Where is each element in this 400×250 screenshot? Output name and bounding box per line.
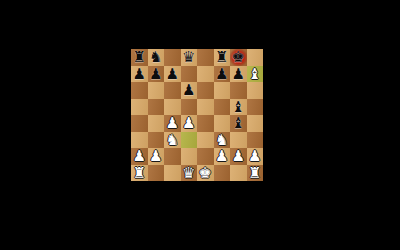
black-pawn-a7[interactable]: ♟ bbox=[133, 66, 146, 82]
square-g2[interactable]: ♟ bbox=[230, 148, 247, 165]
square-f7[interactable]: ♟ bbox=[214, 66, 231, 83]
square-c8[interactable] bbox=[164, 49, 181, 66]
square-e2[interactable] bbox=[197, 148, 214, 165]
white-knight-f3[interactable]: ♞ bbox=[215, 132, 228, 148]
white-queen-d1[interactable]: ♛ bbox=[182, 165, 195, 181]
square-f8[interactable]: ♜ bbox=[214, 49, 231, 66]
white-pawn-d4[interactable]: ♟ bbox=[182, 115, 195, 131]
square-a7[interactable]: ♟ bbox=[131, 66, 148, 83]
black-king-g8[interactable]: ♚ bbox=[232, 49, 245, 65]
square-c6[interactable] bbox=[164, 82, 181, 99]
black-queen-d8[interactable]: ♛ bbox=[182, 49, 195, 65]
black-rook-f8[interactable]: ♜ bbox=[215, 49, 228, 65]
black-pawn-c7[interactable]: ♟ bbox=[166, 66, 179, 82]
square-b3[interactable] bbox=[148, 132, 165, 149]
square-e7[interactable] bbox=[197, 66, 214, 83]
square-b4[interactable] bbox=[148, 115, 165, 132]
square-d1[interactable]: ♛ bbox=[181, 165, 198, 182]
square-g4[interactable]: ♝ bbox=[230, 115, 247, 132]
square-b1[interactable] bbox=[148, 165, 165, 182]
white-pawn-b2[interactable]: ♟ bbox=[149, 148, 162, 164]
square-d2[interactable] bbox=[181, 148, 198, 165]
black-knight-b8[interactable]: ♞ bbox=[149, 49, 162, 65]
square-h5[interactable] bbox=[247, 99, 264, 116]
white-pawn-g2[interactable]: ♟ bbox=[232, 148, 245, 164]
square-c5[interactable] bbox=[164, 99, 181, 116]
square-e5[interactable] bbox=[197, 99, 214, 116]
square-a8[interactable]: ♜ bbox=[131, 49, 148, 66]
black-pawn-f7[interactable]: ♟ bbox=[215, 66, 228, 82]
square-f4[interactable] bbox=[214, 115, 231, 132]
square-a6[interactable] bbox=[131, 82, 148, 99]
square-d7[interactable] bbox=[181, 66, 198, 83]
square-b7[interactable]: ♟ bbox=[148, 66, 165, 83]
square-f2[interactable]: ♟ bbox=[214, 148, 231, 165]
square-d3[interactable] bbox=[181, 132, 198, 149]
square-b8[interactable]: ♞ bbox=[148, 49, 165, 66]
square-e1[interactable]: ♚ bbox=[197, 165, 214, 182]
square-a4[interactable] bbox=[131, 115, 148, 132]
square-d6[interactable]: ♟ bbox=[181, 82, 198, 99]
black-bishop-g5[interactable]: ♝ bbox=[232, 99, 245, 115]
white-pawn-a2[interactable]: ♟ bbox=[133, 148, 146, 164]
square-c2[interactable] bbox=[164, 148, 181, 165]
square-a1[interactable]: ♜ bbox=[131, 165, 148, 182]
white-bishop-h7[interactable]: ♝ bbox=[248, 66, 261, 82]
white-knight-c3[interactable]: ♞ bbox=[166, 132, 179, 148]
square-f6[interactable] bbox=[214, 82, 231, 99]
white-pawn-f2[interactable]: ♟ bbox=[215, 148, 228, 164]
square-a2[interactable]: ♟ bbox=[131, 148, 148, 165]
white-pawn-c4[interactable]: ♟ bbox=[166, 115, 179, 131]
black-bishop-g4[interactable]: ♝ bbox=[232, 115, 245, 131]
square-e6[interactable] bbox=[197, 82, 214, 99]
square-a3[interactable] bbox=[131, 132, 148, 149]
black-rook-a8[interactable]: ♜ bbox=[133, 49, 146, 65]
square-e8[interactable] bbox=[197, 49, 214, 66]
black-pawn-d6[interactable]: ♟ bbox=[182, 82, 195, 98]
square-c1[interactable] bbox=[164, 165, 181, 182]
white-rook-a1[interactable]: ♜ bbox=[133, 165, 146, 181]
square-g5[interactable]: ♝ bbox=[230, 99, 247, 116]
square-g8[interactable]: ♚ bbox=[230, 49, 247, 66]
black-pawn-g7[interactable]: ♟ bbox=[232, 66, 245, 82]
square-h4[interactable] bbox=[247, 115, 264, 132]
square-g1[interactable] bbox=[230, 165, 247, 182]
square-h8[interactable] bbox=[247, 49, 264, 66]
square-c7[interactable]: ♟ bbox=[164, 66, 181, 83]
square-c4[interactable]: ♟ bbox=[164, 115, 181, 132]
white-pawn-h2[interactable]: ♟ bbox=[248, 148, 261, 164]
square-g3[interactable] bbox=[230, 132, 247, 149]
chess-board: ♜♞♛♜♚♟♟♟♟♟♝♟♝♟♟♝♞♞♟♟♟♟♟♜♛♚♜ bbox=[131, 49, 263, 181]
black-pawn-b7[interactable]: ♟ bbox=[149, 66, 162, 82]
white-rook-h1[interactable]: ♜ bbox=[248, 165, 261, 181]
square-a5[interactable] bbox=[131, 99, 148, 116]
square-e3[interactable] bbox=[197, 132, 214, 149]
square-h1[interactable]: ♜ bbox=[247, 165, 264, 182]
app-screen: ♜♞♛♜♚♟♟♟♟♟♝♟♝♟♟♝♞♞♟♟♟♟♟♜♛♚♜ bbox=[0, 0, 400, 250]
square-f1[interactable] bbox=[214, 165, 231, 182]
square-g6[interactable] bbox=[230, 82, 247, 99]
square-h7[interactable]: ♝ bbox=[247, 66, 264, 83]
square-d8[interactable]: ♛ bbox=[181, 49, 198, 66]
square-c3[interactable]: ♞ bbox=[164, 132, 181, 149]
square-h6[interactable] bbox=[247, 82, 264, 99]
square-f3[interactable]: ♞ bbox=[214, 132, 231, 149]
square-h2[interactable]: ♟ bbox=[247, 148, 264, 165]
square-e4[interactable] bbox=[197, 115, 214, 132]
square-b2[interactable]: ♟ bbox=[148, 148, 165, 165]
square-b5[interactable] bbox=[148, 99, 165, 116]
square-b6[interactable] bbox=[148, 82, 165, 99]
square-d4[interactable]: ♟ bbox=[181, 115, 198, 132]
square-f5[interactable] bbox=[214, 99, 231, 116]
square-g7[interactable]: ♟ bbox=[230, 66, 247, 83]
white-king-e1[interactable]: ♚ bbox=[199, 165, 212, 181]
square-h3[interactable] bbox=[247, 132, 264, 149]
square-d5[interactable] bbox=[181, 99, 198, 116]
